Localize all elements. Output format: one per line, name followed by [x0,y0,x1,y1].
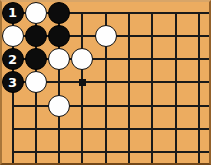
go-board: 123 [2,2,209,163]
stone-white [48,95,70,117]
stone-black-move-2: 2 [2,48,24,70]
stone-white [2,25,24,47]
stone-white [25,2,47,24]
grid-line-horizontal [12,151,210,153]
grid-line-horizontal [12,128,210,130]
stone-black [48,25,70,47]
stone-black [25,25,47,47]
stone-white [95,25,117,47]
stone-black [48,2,70,24]
stone-white [71,48,93,70]
stone-black [25,48,47,70]
star-point-marker [79,79,86,86]
move-number-label: 2 [8,53,17,66]
stone-white [25,71,47,93]
move-number-label: 1 [8,6,17,19]
stone-black-move-3: 3 [2,71,24,93]
grid-line-horizontal [12,105,210,107]
go-diagram-frame: 123 [0,0,211,165]
move-number-label: 3 [8,76,17,89]
stone-white [48,48,70,70]
stone-black-move-1: 1 [2,2,24,24]
